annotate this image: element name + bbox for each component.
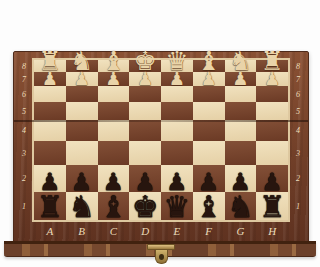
square-h7: ♟: [256, 72, 288, 86]
rank-label-right-2: 2: [288, 165, 308, 192]
square-b3: [66, 141, 98, 165]
square-d7: ♟: [129, 72, 161, 86]
square-g6: [225, 86, 257, 102]
square-c4: [98, 120, 130, 141]
square-h1: ♜: [256, 192, 288, 220]
rank-label-left-8: 8: [14, 60, 34, 72]
square-h4: [256, 120, 288, 141]
square-h2: ♟: [256, 165, 288, 192]
square-e4: [161, 120, 193, 141]
rank-label-right-3: 3: [288, 141, 308, 165]
square-g1: ♞: [225, 192, 257, 220]
square-a5: [34, 102, 66, 120]
square-h3: [256, 141, 288, 165]
board-frame-corner-left: [14, 220, 34, 242]
latch-hole-icon: [159, 254, 164, 260]
rank-label-left-6: 6: [14, 86, 34, 102]
square-c7: ♟: [98, 72, 130, 86]
piece-black-rook-h1: ♜: [259, 192, 286, 222]
square-f7: ♟: [193, 72, 225, 86]
square-b6: [66, 86, 98, 102]
rank-label-left-7: 7: [14, 72, 34, 86]
square-d5: [129, 102, 161, 120]
rank-label-right-5: 5: [288, 102, 308, 120]
square-b5: [66, 102, 98, 120]
square-g4: [225, 120, 257, 141]
square-g5: [225, 102, 257, 120]
square-g2: ♟: [225, 165, 257, 192]
square-b7: ♟: [66, 72, 98, 86]
square-c3: [98, 141, 130, 165]
rank-label-left-2: 2: [14, 165, 34, 192]
square-f6: [193, 86, 225, 102]
rank-label-right-1: 1: [288, 192, 308, 220]
square-e5: [161, 102, 193, 120]
piece-black-knight-g1: ♞: [227, 192, 254, 222]
square-d6: [129, 86, 161, 102]
square-g7: ♟: [225, 72, 257, 86]
square-a4: [34, 120, 66, 141]
square-c2: ♟: [98, 165, 130, 192]
piece-black-rook-a1: ♜: [36, 192, 63, 222]
piece-black-queen-e1: ♛: [163, 192, 190, 222]
square-b1: ♞: [66, 192, 98, 220]
square-f4: [193, 120, 225, 141]
square-f1: ♝: [193, 192, 225, 220]
piece-black-bishop-f1: ♝: [195, 192, 222, 222]
square-f2: ♟: [193, 165, 225, 192]
rank-label-right-6: 6: [288, 86, 308, 102]
chess-board: 8♜♞♝♚♛♝♞♜87♟♟♟♟♟♟♟♟7665544332♟♟♟♟♟♟♟♟21♜…: [13, 51, 309, 243]
square-e2: ♟: [161, 165, 193, 192]
board-frame-corner-right: [288, 220, 308, 242]
piece-black-bishop-c1: ♝: [100, 192, 127, 222]
rank-label-right-7: 7: [288, 72, 308, 86]
square-e7: ♟: [161, 72, 193, 86]
square-g3: [225, 141, 257, 165]
square-d1: ♚: [129, 192, 161, 220]
square-b4: [66, 120, 98, 141]
piece-black-knight-b1: ♞: [68, 192, 95, 222]
square-b2: ♟: [66, 165, 98, 192]
rank-label-left-1: 1: [14, 192, 34, 220]
square-c6: [98, 86, 130, 102]
square-a7: ♟: [34, 72, 66, 86]
piece-black-king-d1: ♚: [132, 192, 159, 222]
square-d4: [129, 120, 161, 141]
square-c1: ♝: [98, 192, 130, 220]
chess-set-photo: 8♜♞♝♚♛♝♞♜87♟♟♟♟♟♟♟♟7665544332♟♟♟♟♟♟♟♟21♜…: [0, 0, 320, 267]
square-a3: [34, 141, 66, 165]
latch-tab-icon: [155, 250, 168, 264]
square-d2: ♟: [129, 165, 161, 192]
rank-label-left-3: 3: [14, 141, 34, 165]
square-e3: [161, 141, 193, 165]
square-e1: ♛: [161, 192, 193, 220]
square-h5: [256, 102, 288, 120]
square-a1: ♜: [34, 192, 66, 220]
rank-label-right-8: 8: [288, 60, 308, 72]
square-c5: [98, 102, 130, 120]
square-h6: [256, 86, 288, 102]
square-f5: [193, 102, 225, 120]
square-e6: [161, 86, 193, 102]
brass-latch: [147, 244, 175, 265]
rank-label-left-4: 4: [14, 120, 34, 141]
rank-label-left-5: 5: [14, 102, 34, 120]
square-d3: [129, 141, 161, 165]
square-a6: [34, 86, 66, 102]
rank-label-right-4: 4: [288, 120, 308, 141]
square-f3: [193, 141, 225, 165]
square-a2: ♟: [34, 165, 66, 192]
